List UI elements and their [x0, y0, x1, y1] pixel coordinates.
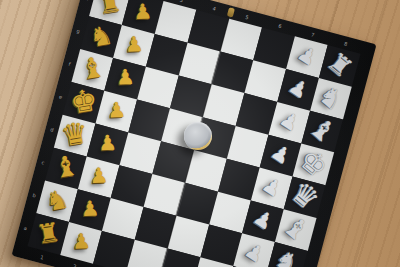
coordinate-label: e [58, 93, 63, 100]
silver-rook[interactable]: ♜ [323, 47, 358, 82]
chess-photo-scene: 12345678 12345678 hgfedcba ♜♟♟♜♞♟♟♞♝♟♟♝♚… [0, 0, 400, 267]
gold-rook[interactable]: ♜ [96, 0, 123, 18]
coordinate-label: 1 [40, 254, 45, 261]
coordinate-label: 7 [311, 31, 316, 38]
gold-queen[interactable]: ♛ [59, 117, 90, 151]
gold-knight[interactable]: ♞ [88, 21, 115, 50]
coordinate-label: g [76, 28, 81, 35]
silver-knight[interactable]: ♞ [314, 80, 349, 115]
coordinate-label: 5 [245, 13, 250, 20]
silver-pawn[interactable]: ♟ [267, 141, 294, 169]
coordinate-label: 2 [73, 262, 78, 267]
coordinate-label: b [32, 192, 37, 199]
gold-king[interactable]: ♚ [68, 85, 99, 119]
silver-pawn[interactable]: ♟ [276, 108, 303, 136]
gold-knight[interactable]: ♞ [44, 186, 71, 215]
gold-pawn[interactable]: ♟ [133, 1, 153, 23]
silver-pawn[interactable]: ♟ [241, 239, 268, 267]
coordinate-label: d [50, 126, 55, 133]
silver-pawn[interactable]: ♟ [250, 207, 277, 235]
coordinate-label: c [41, 159, 45, 166]
gold-bishop[interactable]: ♝ [51, 152, 80, 184]
gold-bishop[interactable]: ♝ [78, 53, 107, 85]
silver-knight[interactable]: ♞ [270, 244, 305, 267]
coordinate-label: 3 [179, 0, 184, 2]
coordinate-label: h [85, 0, 90, 1]
gold-pawn[interactable]: ♟ [124, 34, 144, 56]
silver-pawn[interactable]: ♟ [294, 42, 321, 70]
euro-coin [184, 122, 212, 150]
silver-pawn[interactable]: ♟ [285, 75, 312, 103]
gold-pawn[interactable]: ♟ [107, 100, 127, 122]
gold-pawn[interactable]: ♟ [71, 231, 91, 253]
silver-bishop[interactable]: ♝ [304, 112, 341, 150]
silver-bishop[interactable]: ♝ [277, 210, 314, 248]
gold-pawn[interactable]: ♟ [89, 166, 109, 188]
gold-pawn[interactable]: ♟ [98, 133, 118, 155]
coordinate-label: 8 [344, 40, 349, 47]
gold-pawn[interactable]: ♟ [115, 67, 135, 89]
gold-pawn[interactable]: ♟ [80, 198, 100, 220]
silver-pawn[interactable]: ♟ [258, 174, 285, 202]
gold-rook[interactable]: ♜ [35, 218, 62, 247]
coordinate-label: a [23, 225, 28, 232]
coordinate-label: 4 [212, 5, 217, 12]
coordinate-label: 6 [278, 22, 283, 29]
coordinate-label: f [68, 61, 71, 67]
